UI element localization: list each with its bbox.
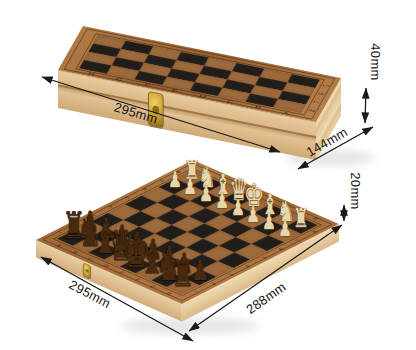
far-file-label: D <box>248 189 257 193</box>
lid-rank-label: 5 <box>321 84 331 88</box>
lid-file-label: G <box>115 77 124 82</box>
far-rank-label: 8 <box>174 170 182 174</box>
far-file-label: F <box>280 203 288 207</box>
far-file-label: B <box>217 175 226 179</box>
file-label: A <box>55 243 64 247</box>
lid-file-label: C <box>226 99 234 104</box>
far-rank-label: 1 <box>56 230 64 234</box>
file-label: D <box>102 264 111 268</box>
product-photo-scene: HGFEDCBA8765 AABBCCDDEEFFGGHH11223344556… <box>0 0 416 350</box>
far-file-label: E <box>264 196 273 200</box>
far-rank-label: 7 <box>157 179 165 183</box>
far-rank-label: 2 <box>73 222 81 226</box>
open-height-label: 20mm <box>348 172 363 209</box>
far-file-label: H <box>311 216 320 220</box>
far-rank-label: 4 <box>107 205 115 209</box>
far-file-label: C <box>233 182 242 186</box>
far-file-label: A <box>201 168 210 172</box>
far-rank-label: 6 <box>141 187 149 191</box>
file-label: G <box>149 284 158 288</box>
closed-height-label: 40mm <box>368 43 383 80</box>
rank-label: 6 <box>277 247 285 251</box>
file-label: F <box>133 278 141 282</box>
far-file-label: G <box>295 210 304 214</box>
lid-file-label: F <box>143 83 150 88</box>
brass-clasp-icon <box>83 262 91 279</box>
file-label: C <box>86 257 95 261</box>
far-rank-label: 5 <box>124 196 132 200</box>
lid-file-label: H <box>87 71 96 76</box>
lid-rank-label: 7 <box>311 100 321 104</box>
lid-file-label: D <box>198 94 207 99</box>
rank-label: 5 <box>260 256 268 260</box>
rank-label: 7 <box>294 239 302 243</box>
file-label: H <box>164 291 173 295</box>
file-label: B <box>70 250 79 254</box>
rank-label: 2 <box>210 282 218 286</box>
lid-file-label: A <box>281 110 290 115</box>
lid-file-label: B <box>254 105 262 110</box>
far-rank-label: 3 <box>90 213 98 217</box>
file-label: E <box>118 271 127 275</box>
rank-label: 3 <box>226 273 234 277</box>
lid-rank-label: 8 <box>307 109 317 113</box>
rank-label: 4 <box>243 264 251 268</box>
rank-label: 8 <box>311 230 319 234</box>
lid-rank-label: 6 <box>316 92 326 96</box>
rank-label: 1 <box>193 290 201 294</box>
board-shadow <box>120 318 260 334</box>
lid-file-label: E <box>171 88 179 93</box>
